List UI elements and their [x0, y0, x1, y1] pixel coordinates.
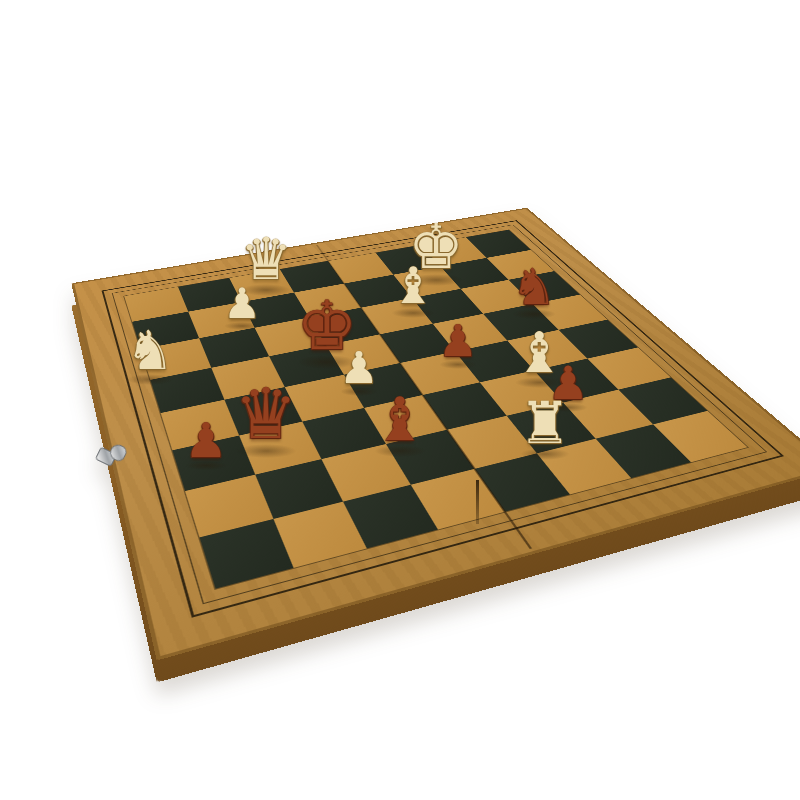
dark-pawn-1[interactable]: ♟ — [438, 319, 477, 363]
fold-seam-slit — [476, 480, 479, 524]
white-bishop-1[interactable]: ♝ — [391, 261, 436, 311]
dark-queen[interactable]: ♛ — [235, 379, 298, 449]
dark-pawn-3[interactable]: ♟ — [184, 416, 227, 464]
dark-knight[interactable]: ♞ — [512, 262, 557, 312]
white-knight[interactable]: ♞ — [126, 324, 174, 378]
dark-bishop[interactable]: ♝ — [373, 389, 427, 449]
white-rook[interactable]: ♜ — [519, 394, 571, 452]
white-pawn-1[interactable]: ♟ — [223, 283, 261, 325]
